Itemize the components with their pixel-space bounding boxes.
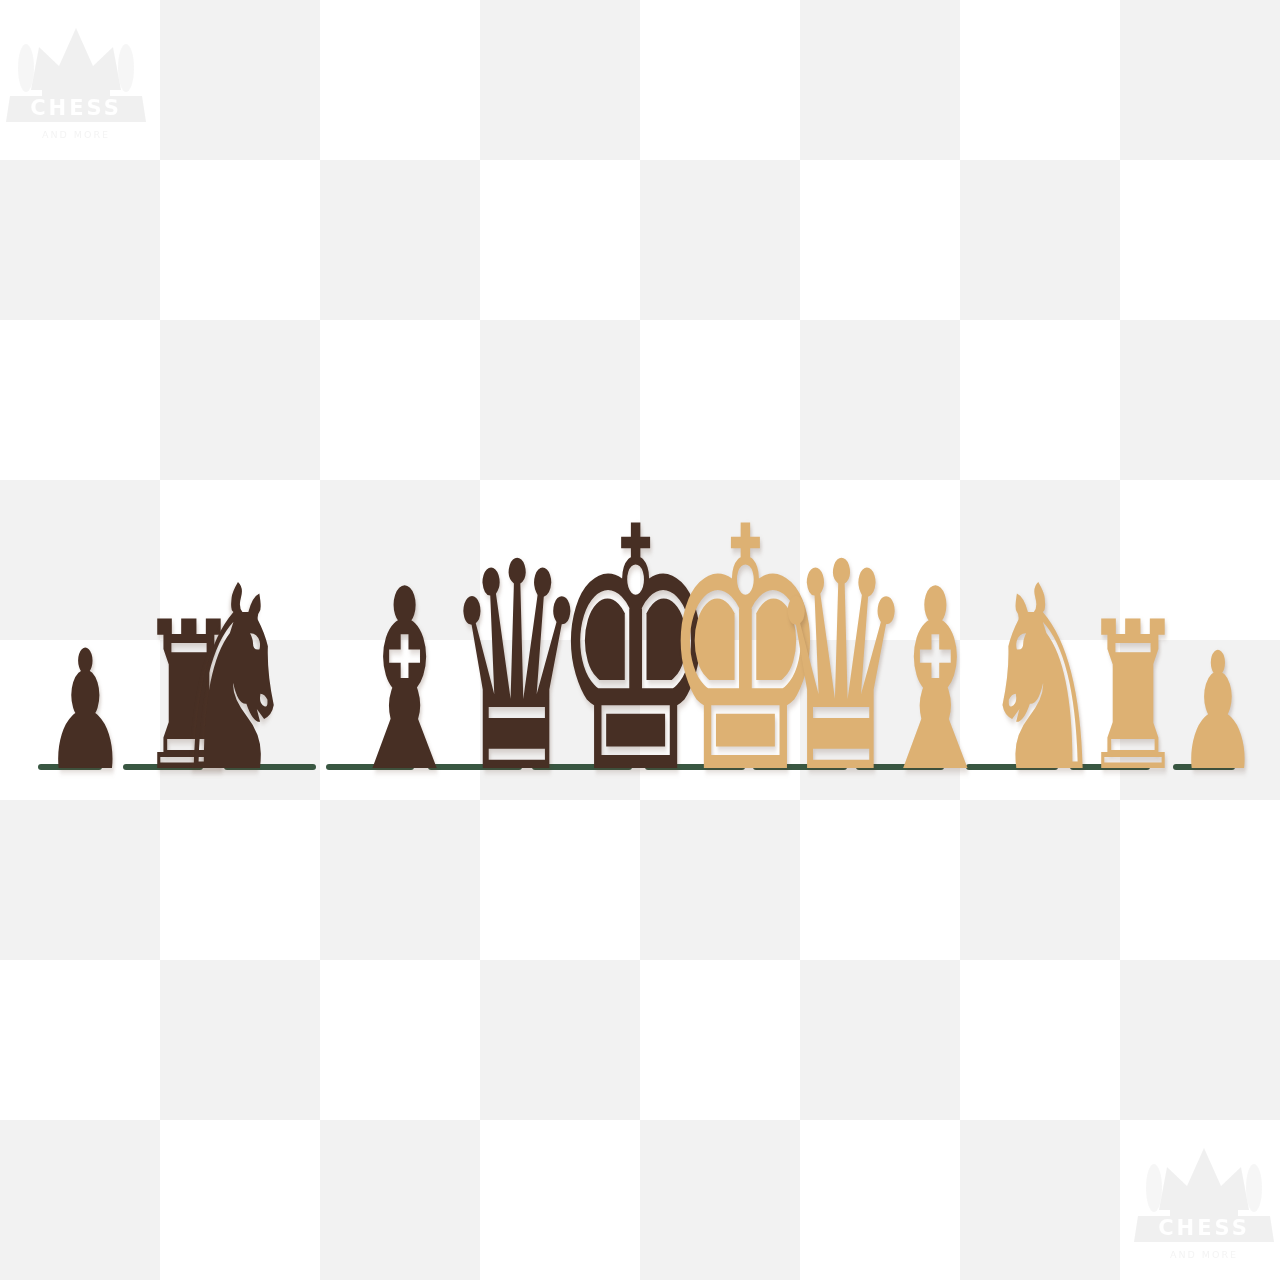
crown-base [1170, 1210, 1238, 1218]
crown-icon [31, 28, 121, 90]
piece-light-pawn: ♟ [1178, 631, 1229, 793]
piece-light-queen: ♛ [770, 525, 827, 813]
chess-pieces-row: ♟ ♜ ♞ ♝ ♛ ♚ ♚ ♛ ♝ ♞ ♜ ♟ [24, 484, 1250, 820]
brand-name-text: CHESS [30, 96, 122, 120]
brand-tagline-text: AND MORE [1170, 1249, 1238, 1260]
left-piece-silhouette [1146, 1164, 1162, 1212]
crown-base [42, 90, 110, 98]
brand-tagline-text: AND MORE [42, 129, 110, 140]
piece-dark-king: ♚ [553, 484, 614, 820]
left-piece-silhouette [18, 44, 34, 92]
right-piece-silhouette [1246, 1164, 1262, 1212]
product-image-canvas: CHESS AND MORE CHESS AND MORE ♟ ♜ ♞ ♝ ♛ … [0, 0, 1280, 1280]
piece-light-rook: ♜ [1083, 595, 1136, 800]
piece-light-knight: ♞ [980, 552, 1038, 807]
piece-dark-pawn: ♟ [45, 629, 96, 794]
banner-ribbon [6, 96, 146, 122]
brand-name-text: CHESS [1158, 1216, 1250, 1240]
brand-logo-graphic: CHESS AND MORE [1134, 1122, 1274, 1272]
brand-watermark-bottom-right: CHESS AND MORE [1134, 1122, 1274, 1272]
piece-dark-bishop: ♝ [343, 557, 399, 807]
brand-watermark-top-left: CHESS AND MORE [6, 2, 146, 152]
piece-light-king: ♚ [663, 484, 723, 820]
right-piece-silhouette [118, 44, 134, 92]
crown-icon [1159, 1148, 1249, 1210]
piece-dark-knight: ♞ [239, 552, 296, 807]
brand-logo-graphic: CHESS AND MORE [6, 2, 146, 152]
piece-light-bishop: ♝ [874, 557, 932, 807]
banner-ribbon [1134, 1216, 1274, 1242]
piece-dark-queen: ♛ [446, 525, 504, 813]
